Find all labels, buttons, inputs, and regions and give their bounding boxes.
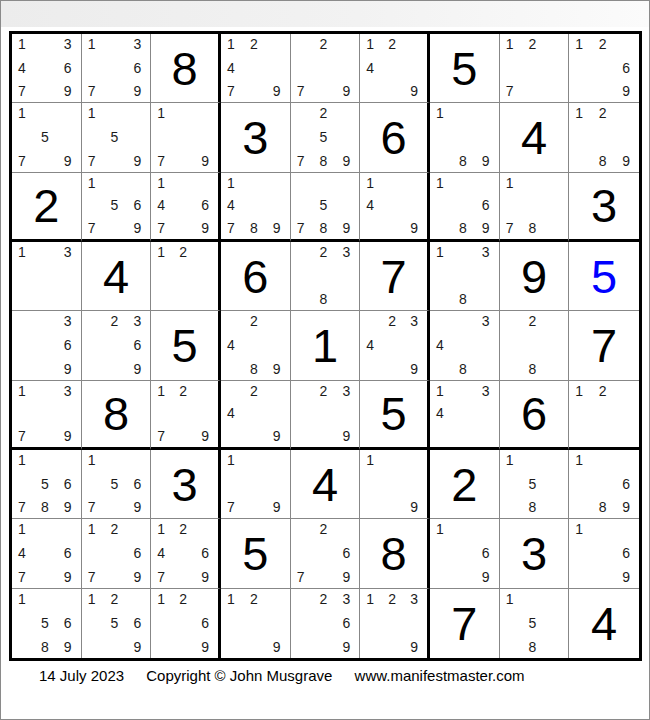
cell-r5c1[interactable]: 369 bbox=[12, 311, 82, 380]
candidate-2: 2 bbox=[250, 314, 258, 328]
candidate-5: 5 bbox=[41, 616, 49, 630]
cell-r9c5[interactable]: 2369 bbox=[291, 589, 361, 658]
candidate-6: 6 bbox=[64, 546, 72, 560]
candidate-3: 3 bbox=[482, 245, 490, 259]
cell-r2c5[interactable]: 25789 bbox=[291, 103, 361, 172]
given-digit: 4 bbox=[312, 461, 338, 508]
candidate-4: 4 bbox=[227, 198, 235, 212]
candidate-7: 7 bbox=[506, 221, 514, 235]
candidate-1: 1 bbox=[506, 176, 514, 190]
cell-r2c4[interactable]: 3 bbox=[221, 103, 291, 172]
candidate-4: 4 bbox=[366, 338, 374, 352]
cell-r2c6[interactable]: 6 bbox=[360, 103, 430, 172]
candidate-6: 6 bbox=[622, 477, 630, 491]
candidate-grid: 238 bbox=[291, 242, 360, 310]
candidate-grid: 156789 bbox=[12, 450, 81, 518]
candidate-9: 9 bbox=[622, 570, 630, 584]
cell-r8c9[interactable]: 169 bbox=[569, 519, 639, 588]
cell-r6c9[interactable]: 12 bbox=[569, 381, 639, 450]
candidate-9: 9 bbox=[343, 84, 351, 98]
cell-r6c5[interactable]: 239 bbox=[291, 381, 361, 450]
candidate-7: 7 bbox=[227, 500, 235, 514]
given-digit: 9 bbox=[521, 253, 547, 300]
candidate-grid: 25789 bbox=[291, 103, 360, 171]
candidate-5: 5 bbox=[111, 477, 119, 491]
candidate-7: 7 bbox=[88, 84, 96, 98]
candidate-grid: 12679 bbox=[82, 519, 151, 587]
candidate-5: 5 bbox=[320, 130, 328, 144]
cell-r1c5[interactable]: 279 bbox=[291, 34, 361, 103]
cell-r4c9[interactable]: 5 bbox=[569, 242, 639, 311]
given-digit: 2 bbox=[33, 182, 59, 229]
cell-r4c8[interactable]: 9 bbox=[500, 242, 570, 311]
candidate-9: 9 bbox=[622, 84, 630, 98]
candidate-9: 9 bbox=[410, 84, 418, 98]
given-digit: 6 bbox=[381, 114, 407, 161]
candidate-3: 3 bbox=[134, 314, 142, 328]
given-digit: 6 bbox=[521, 390, 547, 437]
candidate-grid: 169 bbox=[430, 519, 499, 587]
cell-r5c4[interactable]: 2489 bbox=[221, 311, 291, 380]
candidate-1: 1 bbox=[366, 453, 374, 467]
candidate-1: 1 bbox=[88, 592, 96, 606]
candidate-grid: 12569 bbox=[82, 589, 151, 658]
footer-date: 14 July 2023 bbox=[39, 667, 124, 684]
candidate-grid: 15679 bbox=[82, 450, 151, 518]
cell-r9c6[interactable]: 1239 bbox=[360, 589, 430, 658]
candidate-1: 1 bbox=[18, 245, 26, 259]
candidate-grid: 1289 bbox=[569, 103, 639, 171]
cell-r7c7[interactable]: 2 bbox=[430, 450, 500, 519]
candidate-4: 4 bbox=[227, 61, 235, 75]
candidate-1: 1 bbox=[575, 37, 583, 51]
candidate-6: 6 bbox=[64, 61, 72, 75]
cell-r4c3[interactable]: 12 bbox=[151, 242, 221, 311]
candidate-9: 9 bbox=[64, 429, 72, 443]
candidate-9: 9 bbox=[343, 640, 351, 654]
candidate-1: 1 bbox=[88, 453, 96, 467]
candidate-9: 9 bbox=[410, 640, 418, 654]
candidate-3: 3 bbox=[482, 384, 490, 398]
candidate-grid: 1239 bbox=[360, 589, 427, 658]
cell-r9c7[interactable]: 7 bbox=[430, 589, 500, 658]
given-digit: 4 bbox=[521, 114, 547, 161]
candidate-8: 8 bbox=[529, 221, 537, 235]
candidate-grid: 124679 bbox=[151, 519, 218, 587]
cell-r6c2[interactable]: 8 bbox=[82, 381, 152, 450]
cell-r9c2[interactable]: 12569 bbox=[82, 589, 152, 658]
cell-r3c3[interactable]: 14679 bbox=[151, 173, 221, 242]
cell-r2c2[interactable]: 1579 bbox=[82, 103, 152, 172]
candidate-8: 8 bbox=[529, 362, 537, 376]
cell-r5c2[interactable]: 2369 bbox=[82, 311, 152, 380]
candidate-8: 8 bbox=[529, 500, 537, 514]
candidate-1: 1 bbox=[157, 245, 165, 259]
cell-r2c1[interactable]: 1579 bbox=[12, 103, 82, 172]
candidate-7: 7 bbox=[297, 154, 305, 168]
cell-r7c4[interactable]: 179 bbox=[221, 450, 291, 519]
cell-r8c1[interactable]: 14679 bbox=[12, 519, 82, 588]
candidate-1: 1 bbox=[227, 592, 235, 606]
candidate-3: 3 bbox=[410, 592, 418, 606]
candidate-3: 3 bbox=[64, 384, 72, 398]
candidate-9: 9 bbox=[64, 570, 72, 584]
candidate-grid: 2349 bbox=[360, 311, 427, 379]
candidate-grid: 249 bbox=[221, 381, 290, 447]
candidate-grid: 15689 bbox=[12, 589, 81, 658]
cell-r1c3[interactable]: 8 bbox=[151, 34, 221, 103]
candidate-6: 6 bbox=[134, 198, 142, 212]
cell-r6c8[interactable]: 6 bbox=[500, 381, 570, 450]
candidate-grid: 158 bbox=[500, 450, 569, 518]
candidate-5: 5 bbox=[41, 130, 49, 144]
cell-r8c4[interactable]: 5 bbox=[221, 519, 291, 588]
candidate-4: 4 bbox=[227, 406, 235, 420]
candidate-2: 2 bbox=[388, 37, 396, 51]
candidate-2: 2 bbox=[599, 106, 607, 120]
given-digit: 3 bbox=[172, 461, 198, 508]
candidate-grid: 2369 bbox=[82, 311, 151, 379]
cell-r8c7[interactable]: 169 bbox=[430, 519, 500, 588]
cell-r7c3[interactable]: 3 bbox=[151, 450, 221, 519]
given-digit: 8 bbox=[381, 530, 407, 577]
candidate-6: 6 bbox=[201, 546, 209, 560]
candidate-grid: 15679 bbox=[82, 173, 151, 239]
candidate-1: 1 bbox=[88, 522, 96, 536]
candidate-9: 9 bbox=[622, 154, 630, 168]
candidate-7: 7 bbox=[88, 154, 96, 168]
candidate-1: 1 bbox=[575, 522, 583, 536]
candidate-1: 1 bbox=[18, 453, 26, 467]
candidate-6: 6 bbox=[482, 198, 490, 212]
given-digit: 4 bbox=[591, 600, 617, 647]
candidate-1: 1 bbox=[575, 453, 583, 467]
candidate-3: 3 bbox=[64, 37, 72, 51]
candidate-3: 3 bbox=[64, 314, 72, 328]
candidate-1: 1 bbox=[575, 384, 583, 398]
candidate-grid: 279 bbox=[291, 34, 360, 102]
given-digit: 5 bbox=[172, 322, 198, 369]
candidate-7: 7 bbox=[227, 84, 235, 98]
candidate-8: 8 bbox=[41, 500, 49, 514]
candidate-6: 6 bbox=[622, 546, 630, 560]
entered-digit: 5 bbox=[591, 253, 617, 300]
cell-r6c1[interactable]: 1379 bbox=[12, 381, 82, 450]
candidate-2: 2 bbox=[250, 592, 258, 606]
candidate-9: 9 bbox=[134, 640, 142, 654]
candidate-9: 9 bbox=[343, 429, 351, 443]
cell-r2c3[interactable]: 179 bbox=[151, 103, 221, 172]
given-digit: 3 bbox=[242, 114, 268, 161]
candidate-grid: 2369 bbox=[291, 589, 360, 658]
candidate-6: 6 bbox=[201, 616, 209, 630]
cell-r7c1[interactable]: 156789 bbox=[12, 450, 82, 519]
candidate-9: 9 bbox=[343, 221, 351, 235]
cell-r3c6[interactable]: 149 bbox=[360, 173, 430, 242]
candidate-7: 7 bbox=[157, 221, 165, 235]
cell-r3c5[interactable]: 5789 bbox=[291, 173, 361, 242]
candidate-4: 4 bbox=[436, 338, 444, 352]
candidate-grid: 134 bbox=[430, 381, 499, 447]
cell-r5c9[interactable]: 7 bbox=[569, 311, 639, 380]
cell-r3c9[interactable]: 3 bbox=[569, 173, 639, 242]
cell-r4c2[interactable]: 4 bbox=[82, 242, 152, 311]
candidate-grid: 1269 bbox=[151, 589, 218, 658]
candidate-7: 7 bbox=[297, 84, 305, 98]
candidate-6: 6 bbox=[64, 616, 72, 630]
cell-r8c8[interactable]: 3 bbox=[500, 519, 570, 588]
candidate-2: 2 bbox=[179, 522, 187, 536]
candidate-1: 1 bbox=[436, 522, 444, 536]
given-digit: 3 bbox=[591, 182, 617, 229]
candidate-grid: 28 bbox=[500, 311, 569, 379]
candidate-7: 7 bbox=[157, 570, 165, 584]
cell-r3c2[interactable]: 15679 bbox=[82, 173, 152, 242]
candidate-grid: 348 bbox=[430, 311, 499, 379]
candidate-4: 4 bbox=[18, 546, 26, 560]
candidate-4: 4 bbox=[366, 61, 374, 75]
candidate-6: 6 bbox=[343, 616, 351, 630]
candidate-grid: 179 bbox=[151, 103, 218, 171]
candidate-9: 9 bbox=[201, 429, 209, 443]
candidate-2: 2 bbox=[179, 245, 187, 259]
candidate-grid: 179 bbox=[221, 450, 290, 518]
candidate-3: 3 bbox=[343, 245, 351, 259]
candidate-grid: 1269 bbox=[569, 34, 639, 102]
cell-r6c4[interactable]: 249 bbox=[221, 381, 291, 450]
cell-r1c7[interactable]: 5 bbox=[430, 34, 500, 103]
candidate-4: 4 bbox=[436, 406, 444, 420]
candidate-8: 8 bbox=[320, 221, 328, 235]
candidate-9: 9 bbox=[134, 570, 142, 584]
candidate-1: 1 bbox=[157, 522, 165, 536]
cell-r7c9[interactable]: 1689 bbox=[569, 450, 639, 519]
candidate-grid: 158 bbox=[500, 589, 569, 658]
cell-r1c1[interactable]: 134679 bbox=[12, 34, 82, 103]
candidate-grid: 14789 bbox=[221, 173, 290, 239]
candidate-grid: 169 bbox=[569, 519, 639, 587]
candidate-8: 8 bbox=[320, 154, 328, 168]
candidate-1: 1 bbox=[227, 176, 235, 190]
candidate-1: 1 bbox=[366, 176, 374, 190]
candidate-1: 1 bbox=[366, 37, 374, 51]
sudoku-page: 1346791367981247927912495127126915791579… bbox=[0, 0, 650, 720]
given-digit: 5 bbox=[451, 45, 477, 92]
candidate-2: 2 bbox=[320, 106, 328, 120]
candidate-1: 1 bbox=[88, 106, 96, 120]
candidate-grid: 12 bbox=[151, 242, 218, 310]
candidate-2: 2 bbox=[179, 592, 187, 606]
window-top-bar bbox=[1, 1, 649, 27]
candidate-7: 7 bbox=[18, 500, 26, 514]
cell-r7c8[interactable]: 158 bbox=[500, 450, 570, 519]
candidate-3: 3 bbox=[134, 37, 142, 51]
candidate-grid: 134679 bbox=[12, 34, 81, 102]
cell-r9c9[interactable]: 4 bbox=[569, 589, 639, 658]
cell-r1c6[interactable]: 1249 bbox=[360, 34, 430, 103]
cell-r3c8[interactable]: 178 bbox=[500, 173, 570, 242]
candidate-grid: 14679 bbox=[12, 519, 81, 587]
sudoku-board: 1346791367981247927912495127126915791579… bbox=[9, 31, 642, 661]
candidate-1: 1 bbox=[88, 176, 96, 190]
candidate-9: 9 bbox=[201, 154, 209, 168]
cell-r3c4[interactable]: 14789 bbox=[221, 173, 291, 242]
cell-r1c2[interactable]: 13679 bbox=[82, 34, 152, 103]
candidate-grid: 1689 bbox=[430, 173, 499, 239]
cell-r4c6[interactable]: 7 bbox=[360, 242, 430, 311]
candidate-1: 1 bbox=[227, 37, 235, 51]
candidate-7: 7 bbox=[506, 84, 514, 98]
cell-r2c7[interactable]: 189 bbox=[430, 103, 500, 172]
cell-r8c2[interactable]: 12679 bbox=[82, 519, 152, 588]
candidate-1: 1 bbox=[366, 592, 374, 606]
candidate-2: 2 bbox=[320, 522, 328, 536]
candidate-6: 6 bbox=[134, 338, 142, 352]
candidate-grid: 239 bbox=[291, 381, 360, 447]
candidate-grid: 127 bbox=[500, 34, 569, 102]
candidate-9: 9 bbox=[134, 362, 142, 376]
cell-r6c3[interactable]: 1279 bbox=[151, 381, 221, 450]
given-digit: 5 bbox=[381, 390, 407, 437]
candidate-grid: 1689 bbox=[569, 450, 639, 518]
candidate-6: 6 bbox=[482, 546, 490, 560]
candidate-2: 2 bbox=[320, 384, 328, 398]
cell-r1c9[interactable]: 1269 bbox=[569, 34, 639, 103]
candidate-2: 2 bbox=[111, 314, 119, 328]
cell-r5c7[interactable]: 348 bbox=[430, 311, 500, 380]
given-digit: 7 bbox=[451, 600, 477, 647]
cell-r7c2[interactable]: 15679 bbox=[82, 450, 152, 519]
given-digit: 7 bbox=[591, 322, 617, 369]
given-digit: 2 bbox=[451, 461, 477, 508]
candidate-grid: 13 bbox=[12, 242, 81, 310]
footer: 14 July 2023 Copyright © John Musgrave w… bbox=[39, 667, 525, 687]
candidate-6: 6 bbox=[134, 61, 142, 75]
candidate-2: 2 bbox=[599, 37, 607, 51]
candidate-8: 8 bbox=[459, 362, 467, 376]
candidate-1: 1 bbox=[506, 37, 514, 51]
cell-r5c6[interactable]: 2349 bbox=[360, 311, 430, 380]
candidate-6: 6 bbox=[343, 546, 351, 560]
cell-r7c6[interactable]: 19 bbox=[360, 450, 430, 519]
candidate-2: 2 bbox=[388, 314, 396, 328]
candidate-9: 9 bbox=[622, 500, 630, 514]
cell-r5c8[interactable]: 28 bbox=[500, 311, 570, 380]
candidate-1: 1 bbox=[506, 453, 514, 467]
cell-r3c7[interactable]: 1689 bbox=[430, 173, 500, 242]
cell-r8c3[interactable]: 124679 bbox=[151, 519, 221, 588]
candidate-2: 2 bbox=[388, 592, 396, 606]
candidate-7: 7 bbox=[157, 429, 165, 443]
cell-r4c7[interactable]: 138 bbox=[430, 242, 500, 311]
cell-r1c8[interactable]: 127 bbox=[500, 34, 570, 103]
candidate-1: 1 bbox=[506, 592, 514, 606]
candidate-7: 7 bbox=[88, 570, 96, 584]
candidate-9: 9 bbox=[273, 640, 281, 654]
candidate-2: 2 bbox=[320, 245, 328, 259]
cell-r8c6[interactable]: 8 bbox=[360, 519, 430, 588]
candidate-1: 1 bbox=[18, 37, 26, 51]
candidate-7: 7 bbox=[18, 154, 26, 168]
candidate-5: 5 bbox=[41, 477, 49, 491]
candidate-1: 1 bbox=[436, 176, 444, 190]
cell-r9c3[interactable]: 1269 bbox=[151, 589, 221, 658]
candidate-7: 7 bbox=[227, 221, 235, 235]
cell-r7c5[interactable]: 4 bbox=[291, 450, 361, 519]
cell-r2c9[interactable]: 1289 bbox=[569, 103, 639, 172]
cell-r9c8[interactable]: 158 bbox=[500, 589, 570, 658]
candidate-6: 6 bbox=[134, 546, 142, 560]
cell-r5c5[interactable]: 1 bbox=[291, 311, 361, 380]
candidate-grid: 1249 bbox=[360, 34, 427, 102]
candidate-9: 9 bbox=[134, 154, 142, 168]
cell-r2c8[interactable]: 4 bbox=[500, 103, 570, 172]
cell-r3c1[interactable]: 2 bbox=[12, 173, 82, 242]
cell-r6c7[interactable]: 134 bbox=[430, 381, 500, 450]
candidate-3: 3 bbox=[343, 592, 351, 606]
candidate-2: 2 bbox=[529, 314, 537, 328]
candidate-grid: 129 bbox=[221, 589, 290, 658]
candidate-grid: 14679 bbox=[151, 173, 218, 239]
candidate-5: 5 bbox=[111, 198, 119, 212]
candidate-grid: 12 bbox=[569, 381, 639, 447]
candidate-grid: 1579 bbox=[82, 103, 151, 171]
candidate-9: 9 bbox=[273, 84, 281, 98]
candidate-8: 8 bbox=[599, 154, 607, 168]
candidate-1: 1 bbox=[157, 106, 165, 120]
cell-r5c3[interactable]: 5 bbox=[151, 311, 221, 380]
candidate-1: 1 bbox=[88, 37, 96, 51]
candidate-2: 2 bbox=[599, 384, 607, 398]
candidate-1: 1 bbox=[157, 592, 165, 606]
cell-r9c4[interactable]: 129 bbox=[221, 589, 291, 658]
candidate-9: 9 bbox=[201, 570, 209, 584]
candidate-1: 1 bbox=[436, 384, 444, 398]
candidate-2: 2 bbox=[250, 37, 258, 51]
candidate-grid: 1579 bbox=[12, 103, 81, 171]
candidate-9: 9 bbox=[64, 500, 72, 514]
cell-r6c6[interactable]: 5 bbox=[360, 381, 430, 450]
candidate-6: 6 bbox=[64, 338, 72, 352]
cell-r9c1[interactable]: 15689 bbox=[12, 589, 82, 658]
candidate-2: 2 bbox=[250, 384, 258, 398]
candidate-9: 9 bbox=[201, 640, 209, 654]
candidate-8: 8 bbox=[250, 362, 258, 376]
candidate-7: 7 bbox=[157, 154, 165, 168]
candidate-5: 5 bbox=[111, 130, 119, 144]
cell-r8c5[interactable]: 2679 bbox=[291, 519, 361, 588]
candidate-grid: 1379 bbox=[12, 381, 81, 447]
candidate-1: 1 bbox=[18, 384, 26, 398]
candidate-4: 4 bbox=[18, 61, 26, 75]
candidate-7: 7 bbox=[88, 221, 96, 235]
candidate-1: 1 bbox=[575, 106, 583, 120]
candidate-grid: 13679 bbox=[82, 34, 151, 102]
candidate-3: 3 bbox=[410, 314, 418, 328]
footer-url[interactable]: www.manifestmaster.com bbox=[355, 667, 525, 684]
candidate-grid: 1279 bbox=[151, 381, 218, 447]
cell-r4c1[interactable]: 13 bbox=[12, 242, 82, 311]
candidate-6: 6 bbox=[201, 198, 209, 212]
cell-r4c4[interactable]: 6 bbox=[221, 242, 291, 311]
candidate-9: 9 bbox=[410, 362, 418, 376]
given-digit: 5 bbox=[242, 530, 268, 577]
cell-r4c5[interactable]: 238 bbox=[291, 242, 361, 311]
candidate-6: 6 bbox=[134, 477, 142, 491]
cell-r1c4[interactable]: 12479 bbox=[221, 34, 291, 103]
candidate-9: 9 bbox=[482, 221, 490, 235]
candidate-3: 3 bbox=[343, 384, 351, 398]
